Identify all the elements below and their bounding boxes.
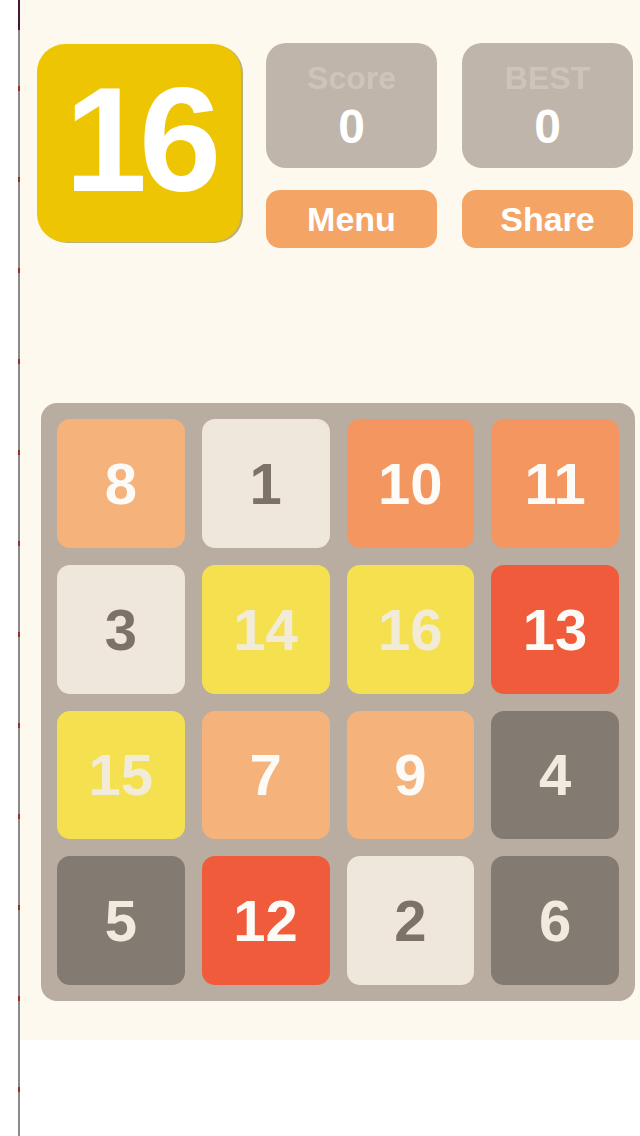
best-label: BEST [505,60,590,97]
left-gutter [0,0,18,1136]
app-logo-tile: 16 [37,44,241,242]
board-tile[interactable]: 3 [57,565,185,694]
board-tile[interactable]: 1 [202,419,330,548]
board-tile[interactable]: 13 [491,565,619,694]
best-box: BEST 0 [462,43,633,168]
score-value: 0 [338,99,365,154]
score-box: Score 0 [266,43,437,168]
menu-button[interactable]: Menu [266,190,437,248]
board-tile[interactable]: 10 [347,419,475,548]
app-background: 16 Score 0 BEST 0 Menu Share 8 1 10 11 3… [20,0,640,1041]
ad-strip-background: デザイナーズハウスはポウハ ウス i [0,1040,640,1136]
board-tile[interactable]: 15 [57,711,185,840]
screen-edge-line [18,0,20,1136]
score-label: Score [307,60,396,97]
screen: 16 Score 0 BEST 0 Menu Share 8 1 10 11 3… [0,0,640,1136]
best-value: 0 [534,99,561,154]
board-tile[interactable]: 9 [347,711,475,840]
board-tile[interactable]: 8 [57,419,185,548]
board-tile[interactable]: 16 [347,565,475,694]
game-board[interactable]: 8 1 10 11 3 14 16 13 15 7 9 4 5 12 2 6 [41,403,635,1001]
board-tile[interactable]: 12 [202,856,330,985]
share-button[interactable]: Share [462,190,633,248]
board-tile[interactable]: 7 [202,711,330,840]
board-tile[interactable]: 6 [491,856,619,985]
board-tile[interactable]: 11 [491,419,619,548]
board-tile[interactable]: 14 [202,565,330,694]
board-tile[interactable]: 4 [491,711,619,840]
board-tile[interactable]: 5 [57,856,185,985]
board-tile[interactable]: 2 [347,856,475,985]
